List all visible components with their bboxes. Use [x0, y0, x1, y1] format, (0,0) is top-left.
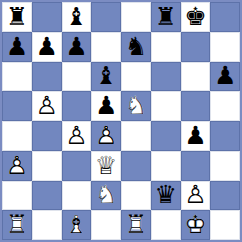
square-e1[interactable]: ♜♖: [121, 210, 151, 240]
square-b7[interactable]: ♟: [32, 32, 62, 62]
square-h8[interactable]: [210, 2, 240, 32]
piece-white-queen: ♛♕: [91, 151, 121, 181]
square-e7[interactable]: ♞: [121, 32, 151, 62]
piece-white-pawn: ♟♙: [32, 91, 62, 121]
square-g8[interactable]: ♚: [181, 2, 211, 32]
square-h4[interactable]: [210, 121, 240, 151]
square-b2[interactable]: [32, 181, 62, 211]
square-d8[interactable]: [91, 2, 121, 32]
square-c5[interactable]: [62, 91, 92, 121]
piece-black-pawn: ♟: [91, 91, 121, 121]
square-h2[interactable]: [210, 181, 240, 211]
square-g7[interactable]: [181, 32, 211, 62]
square-f7[interactable]: [151, 32, 181, 62]
square-b3[interactable]: [32, 151, 62, 181]
square-e8[interactable]: [121, 2, 151, 32]
square-d2[interactable]: ♞♘: [91, 181, 121, 211]
square-a3[interactable]: ♟♙: [2, 151, 32, 181]
square-f8[interactable]: ♜: [151, 2, 181, 32]
piece-white-knight: ♞♘: [121, 91, 151, 121]
square-d7[interactable]: [91, 32, 121, 62]
square-b5[interactable]: ♟♙: [32, 91, 62, 121]
square-h3[interactable]: [210, 151, 240, 181]
square-a1[interactable]: ♜♖: [2, 210, 32, 240]
square-c6[interactable]: [62, 62, 92, 92]
square-a5[interactable]: [2, 91, 32, 121]
piece-black-pawn: ♟: [210, 62, 240, 92]
square-a4[interactable]: [2, 121, 32, 151]
square-b4[interactable]: [32, 121, 62, 151]
piece-black-king: ♚: [181, 2, 211, 32]
square-e5[interactable]: ♞♘: [121, 91, 151, 121]
square-h7[interactable]: [210, 32, 240, 62]
square-d4[interactable]: ♟♙: [91, 121, 121, 151]
square-e2[interactable]: [121, 181, 151, 211]
square-g6[interactable]: [181, 62, 211, 92]
piece-black-rook: ♜: [151, 2, 181, 32]
square-c1[interactable]: ♝♗: [62, 210, 92, 240]
square-f2[interactable]: ♛: [151, 181, 181, 211]
square-g2[interactable]: ♟♙: [181, 181, 211, 211]
piece-black-pawn: ♟: [32, 32, 62, 62]
square-c7[interactable]: ♟: [62, 32, 92, 62]
piece-black-bishop: ♝: [91, 62, 121, 92]
piece-black-pawn: ♟: [62, 32, 92, 62]
square-h6[interactable]: ♟: [210, 62, 240, 92]
piece-white-pawn: ♟♙: [2, 151, 32, 181]
square-c8[interactable]: ♝: [62, 2, 92, 32]
piece-white-king: ♚♔: [181, 210, 211, 240]
square-c2[interactable]: [62, 181, 92, 211]
square-c3[interactable]: [62, 151, 92, 181]
square-d3[interactable]: ♛♕: [91, 151, 121, 181]
piece-white-pawn: ♟♙: [91, 121, 121, 151]
square-b6[interactable]: [32, 62, 62, 92]
square-e6[interactable]: [121, 62, 151, 92]
piece-white-pawn: ♟♙: [181, 181, 211, 211]
piece-black-bishop: ♝: [62, 2, 92, 32]
piece-white-bishop: ♝♗: [62, 210, 92, 240]
piece-black-queen: ♛: [151, 181, 181, 211]
piece-black-pawn: ♟: [181, 121, 211, 151]
square-f4[interactable]: [151, 121, 181, 151]
square-e3[interactable]: [121, 151, 151, 181]
piece-white-rook: ♜♖: [2, 210, 32, 240]
piece-black-pawn: ♟: [2, 32, 32, 62]
square-f3[interactable]: [151, 151, 181, 181]
square-e4[interactable]: [121, 121, 151, 151]
piece-black-knight: ♞: [121, 32, 151, 62]
square-a6[interactable]: [2, 62, 32, 92]
square-a8[interactable]: ♜: [2, 2, 32, 32]
square-g3[interactable]: [181, 151, 211, 181]
square-f1[interactable]: [151, 210, 181, 240]
piece-white-pawn: ♟♙: [62, 121, 92, 151]
square-h5[interactable]: [210, 91, 240, 121]
square-h1[interactable]: [210, 210, 240, 240]
square-b1[interactable]: [32, 210, 62, 240]
square-d6[interactable]: ♝: [91, 62, 121, 92]
square-f6[interactable]: [151, 62, 181, 92]
square-a2[interactable]: [2, 181, 32, 211]
square-g5[interactable]: [181, 91, 211, 121]
square-f5[interactable]: [151, 91, 181, 121]
square-b8[interactable]: [32, 2, 62, 32]
piece-black-rook: ♜: [2, 2, 32, 32]
piece-white-rook: ♜♖: [121, 210, 151, 240]
square-c4[interactable]: ♟♙: [62, 121, 92, 151]
square-d5[interactable]: ♟: [91, 91, 121, 121]
piece-white-knight: ♞♘: [91, 181, 121, 211]
square-g1[interactable]: ♚♔: [181, 210, 211, 240]
square-g4[interactable]: ♟: [181, 121, 211, 151]
square-a7[interactable]: ♟: [2, 32, 32, 62]
chess-board: ♜♝♜♚♟♟♟♞♝♟♟♙♟♞♘♟♙♟♙♟♟♙♛♕♞♘♛♟♙♜♖♝♗♜♖♚♔: [0, 0, 242, 242]
square-d1[interactable]: [91, 210, 121, 240]
